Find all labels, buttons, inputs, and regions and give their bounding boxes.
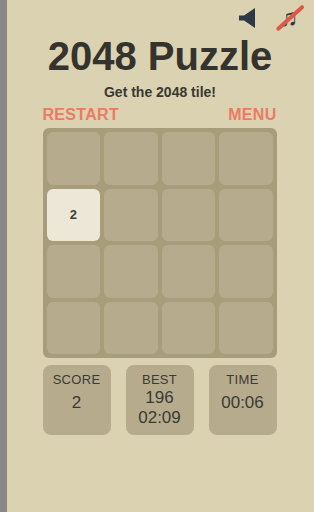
empty-cell [162,189,216,242]
empty-cell [104,302,158,355]
best-panel: BEST 19602:09 [126,365,194,435]
empty-cell [162,245,216,298]
stats-panels: SCORE 2 BEST 19602:09 TIME 00:06 [43,365,277,435]
empty-cell [219,302,273,355]
time-panel: TIME 00:06 [209,365,277,435]
empty-cell [104,132,158,185]
board-grid[interactable]: 2 [43,128,277,358]
toolbar: RESTART MENU [43,104,277,126]
empty-cell [162,132,216,185]
empty-cell [104,245,158,298]
best-value: 19602:09 [138,388,181,428]
tile-2: 2 [47,189,101,242]
score-value: 2 [72,393,81,413]
restart-button[interactable]: RESTART [43,106,119,124]
app-screen: ♫ 2048 Puzzle Get the 2048 tile! RESTART… [7,0,314,512]
menu-button[interactable]: MENU [228,106,276,124]
empty-cell [219,132,273,185]
volume-speaker-icon[interactable] [238,6,260,30]
best-label: BEST [142,372,177,387]
score-label: SCORE [53,372,101,387]
empty-cell [47,132,101,185]
empty-cell [219,245,273,298]
score-panel: SCORE 2 [43,365,111,435]
empty-cell [47,245,101,298]
time-value: 00:06 [221,393,264,413]
empty-cell [219,189,273,242]
empty-cell [47,302,101,355]
best-score: 196 [145,388,173,407]
empty-cell [104,189,158,242]
page-title: 2048 Puzzle [7,30,314,82]
page-subtitle: Get the 2048 tile! [7,84,314,102]
empty-cell [162,302,216,355]
time-label: TIME [226,372,258,387]
best-time: 02:09 [138,408,181,427]
